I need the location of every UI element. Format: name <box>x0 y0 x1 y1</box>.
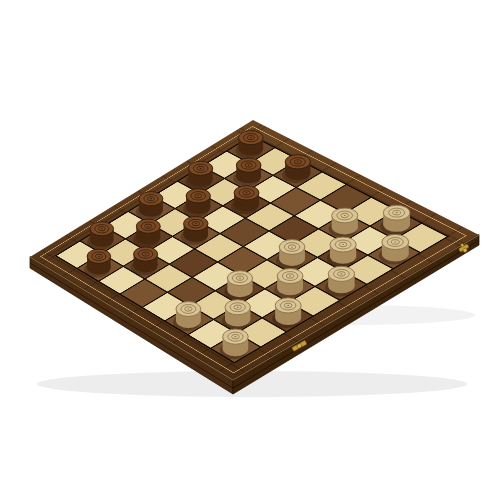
product-photo <box>0 0 500 500</box>
piece-light-1[interactable] <box>329 208 358 237</box>
piece-dark-1[interactable] <box>236 131 264 159</box>
piece-dark-5[interactable] <box>233 158 261 186</box>
pieces-layer <box>0 0 500 500</box>
piece-light-5[interactable] <box>380 205 410 235</box>
piece-dark-12[interactable] <box>131 247 158 276</box>
piece-light-11[interactable] <box>272 298 301 328</box>
piece-dark-2[interactable] <box>186 161 213 189</box>
piece-light-6[interactable] <box>327 237 356 267</box>
piece-light-9[interactable] <box>379 234 409 264</box>
piece-light-4[interactable] <box>173 302 201 332</box>
piece-dark-3[interactable] <box>136 192 163 220</box>
piece-light-8[interactable] <box>222 300 250 330</box>
piece-dark-10[interactable] <box>231 186 259 215</box>
piece-light-2[interactable] <box>276 240 305 269</box>
piece-dark-7[interactable] <box>133 219 160 247</box>
piece-light-7[interactable] <box>274 269 303 299</box>
piece-light-12[interactable] <box>220 329 249 359</box>
piece-dark-8[interactable] <box>84 249 110 277</box>
piece-dark-4[interactable] <box>87 222 113 250</box>
piece-dark-9[interactable] <box>282 155 310 184</box>
piece-light-3[interactable] <box>224 271 252 301</box>
piece-light-10[interactable] <box>325 266 354 296</box>
piece-dark-11[interactable] <box>181 216 208 245</box>
piece-dark-6[interactable] <box>183 189 210 217</box>
